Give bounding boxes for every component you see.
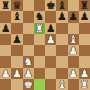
white-rook-d6[interactable]: ♜ [35,22,44,33]
square-a5[interactable] [0,34,11,45]
black-king-e8[interactable]: ♚ [46,0,55,11]
square-f6[interactable] [56,23,67,34]
square-e2[interactable] [45,68,56,79]
white-rook-h1[interactable]: ♜ [80,78,89,89]
chess-board[interactable]: ♜♛♚♝♜♝♞♟♟♟♟♜♟♟♟♝♟♞♟♟♟♟♟♚♝♜ [0,0,90,90]
square-d4[interactable] [34,45,45,56]
square-c8[interactable] [23,0,34,11]
white-pawn-e5[interactable]: ♟ [46,33,55,44]
black-pawn-f7[interactable]: ♟ [57,11,66,22]
black-pawn-b5[interactable]: ♟ [12,33,21,44]
white-bishop-f1[interactable]: ♝ [57,78,66,89]
square-h4[interactable] [79,45,90,56]
square-a4[interactable] [0,45,11,56]
square-g1[interactable] [68,79,79,90]
square-f1[interactable]: ♝ [56,79,67,90]
square-e4[interactable] [45,45,56,56]
square-c6[interactable] [23,23,34,34]
square-d1[interactable] [34,79,45,90]
square-f3[interactable] [56,56,67,67]
black-pawn-h7[interactable]: ♟ [80,11,89,22]
square-b7[interactable]: ♝ [11,11,22,22]
square-d5[interactable] [34,34,45,45]
square-a8[interactable]: ♜ [0,0,11,11]
square-e5[interactable]: ♟ [45,34,56,45]
square-h7[interactable]: ♟ [79,11,90,22]
square-f4[interactable] [56,45,67,56]
square-c7[interactable] [23,11,34,22]
black-rook-a8[interactable]: ♜ [1,0,10,11]
square-h1[interactable]: ♜ [79,79,90,90]
square-h6[interactable] [79,23,90,34]
square-d2[interactable] [34,68,45,79]
square-f5[interactable] [56,34,67,45]
square-d3[interactable] [34,56,45,67]
black-pawn-g7[interactable]: ♟ [68,11,77,22]
square-e8[interactable]: ♚ [45,0,56,11]
square-d6[interactable]: ♜ [34,23,45,34]
white-pawn-a2[interactable]: ♟ [1,67,10,78]
white-pawn-g4[interactable]: ♟ [68,45,77,56]
square-g4[interactable]: ♟ [68,45,79,56]
square-b5[interactable]: ♟ [11,34,22,45]
square-g2[interactable]: ♟ [68,68,79,79]
square-e3[interactable] [45,56,56,67]
square-c5[interactable] [23,34,34,45]
screenshot-stage: ♜♛♚♝♜♝♞♟♟♟♟♜♟♟♟♝♟♞♟♟♟♟♟♚♝♜ [0,0,90,90]
square-e1[interactable] [45,79,56,90]
square-a1[interactable] [0,79,11,90]
square-f7[interactable]: ♟ [56,11,67,22]
white-pawn-b2[interactable]: ♟ [12,67,21,78]
square-b1[interactable] [11,79,22,90]
square-c1[interactable]: ♚ [23,79,34,90]
white-pawn-g2[interactable]: ♟ [68,67,77,78]
square-g7[interactable]: ♟ [68,11,79,22]
square-b4[interactable] [11,45,22,56]
black-bishop-b7[interactable]: ♝ [12,11,21,22]
square-b2[interactable]: ♟ [11,68,22,79]
white-king-c1[interactable]: ♚ [23,78,32,89]
black-pawn-a6[interactable]: ♟ [1,22,10,33]
square-a2[interactable]: ♟ [0,68,11,79]
square-a6[interactable]: ♟ [0,23,11,34]
square-h5[interactable] [79,34,90,45]
